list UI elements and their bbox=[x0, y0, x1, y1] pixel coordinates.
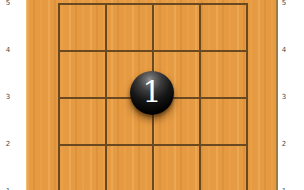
row-label-right-2: 2 bbox=[276, 139, 292, 149]
board-cell bbox=[199, 50, 246, 97]
row-label-left-3: 3 bbox=[0, 92, 16, 102]
board-cell bbox=[58, 3, 105, 50]
black-stone-move-1: 1 bbox=[130, 71, 174, 115]
board-cell bbox=[58, 144, 105, 190]
row-label-right-5: 5 bbox=[276, 0, 292, 8]
row-label-right-4: 4 bbox=[276, 45, 292, 55]
row-label-left-2: 2 bbox=[0, 139, 16, 149]
row-label-right-3: 3 bbox=[276, 92, 292, 102]
board-cell bbox=[199, 3, 246, 50]
row-label-left-1: 1 bbox=[0, 186, 16, 190]
board-cell bbox=[199, 144, 246, 190]
row-label-left-5: 5 bbox=[0, 0, 16, 8]
board-cell bbox=[58, 97, 105, 144]
row-label-left-4: 4 bbox=[0, 45, 16, 55]
go-diagram: 5 4 3 2 1 1 5 4 3 2 1 bbox=[0, 0, 304, 190]
board-cell bbox=[58, 50, 105, 97]
board-cell bbox=[105, 3, 152, 50]
board-cell bbox=[152, 144, 199, 190]
board-cell bbox=[105, 144, 152, 190]
stone-move-number: 1 bbox=[142, 70, 161, 114]
row-label-right-1: 1 bbox=[276, 186, 292, 190]
board-cell bbox=[152, 3, 199, 50]
board-cell bbox=[199, 97, 246, 144]
